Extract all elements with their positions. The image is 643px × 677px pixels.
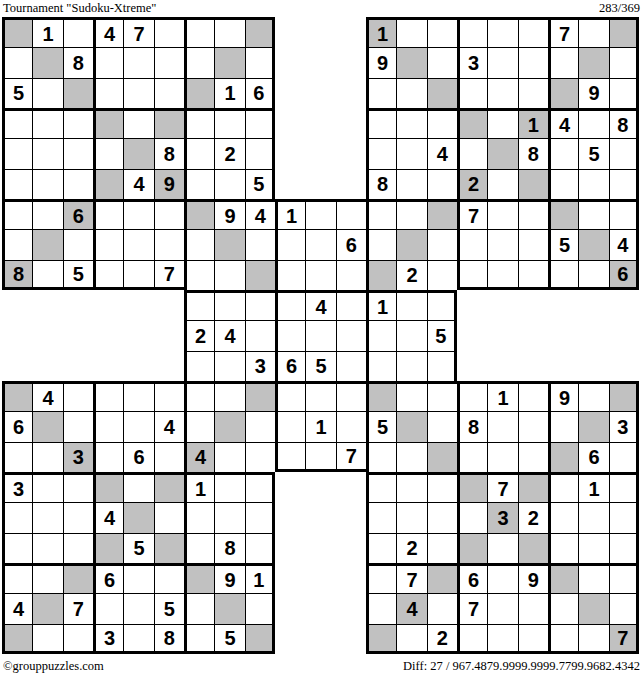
cell-r3c19[interactable] — [548, 78, 578, 108]
cell-r17c18[interactable]: 2 — [518, 502, 548, 532]
cell-r13c15[interactable] — [427, 381, 457, 411]
cell-r12c12[interactable] — [336, 351, 366, 381]
cell-r7c21[interactable] — [609, 199, 639, 229]
cell-r17c19[interactable] — [548, 502, 578, 532]
cell-r5c4[interactable] — [93, 138, 123, 168]
cell-r13c7[interactable] — [184, 381, 214, 411]
cell-r18c9[interactable] — [245, 533, 275, 563]
cell-r9c13[interactable] — [366, 260, 396, 290]
cell-r4c14[interactable] — [396, 108, 426, 138]
cell-r13c4[interactable] — [93, 381, 123, 411]
cell-r3c17[interactable] — [487, 78, 517, 108]
cell-r3c8[interactable]: 1 — [214, 78, 244, 108]
cell-r16c17[interactable]: 7 — [487, 472, 517, 502]
cell-r21c2[interactable] — [32, 624, 62, 654]
cell-r18c6[interactable] — [154, 533, 184, 563]
cell-r9c9[interactable] — [245, 260, 275, 290]
cell-r13c5[interactable] — [123, 381, 153, 411]
cell-r10c10[interactable] — [275, 290, 305, 320]
cell-r19c21[interactable] — [609, 563, 639, 593]
cell-r8c11[interactable] — [305, 229, 335, 259]
cell-r7c12[interactable] — [336, 199, 366, 229]
cell-r5c20[interactable]: 5 — [578, 138, 608, 168]
cell-r7c14[interactable] — [396, 199, 426, 229]
cell-r5c14[interactable] — [396, 138, 426, 168]
cell-r14c4[interactable] — [93, 411, 123, 441]
cell-r5c1[interactable] — [2, 138, 32, 168]
cell-r18c3[interactable] — [63, 533, 93, 563]
cell-r20c8[interactable] — [214, 593, 244, 623]
cell-r7c10[interactable]: 1 — [275, 199, 305, 229]
cell-r15c15[interactable] — [427, 442, 457, 472]
cell-r17c16[interactable] — [457, 502, 487, 532]
cell-r18c21[interactable] — [609, 533, 639, 563]
cell-r1c9[interactable] — [245, 17, 275, 47]
cell-r3c9[interactable]: 6 — [245, 78, 275, 108]
cell-r4c13[interactable] — [366, 108, 396, 138]
cell-r18c17[interactable] — [487, 533, 517, 563]
cell-r20c16[interactable]: 7 — [457, 593, 487, 623]
cell-r6c2[interactable] — [32, 169, 62, 199]
cell-r5c13[interactable] — [366, 138, 396, 168]
cell-r1c5[interactable]: 7 — [123, 17, 153, 47]
cell-r21c17[interactable] — [487, 624, 517, 654]
cell-r9c6[interactable]: 7 — [154, 260, 184, 290]
cell-r16c16[interactable] — [457, 472, 487, 502]
cell-r13c19[interactable]: 9 — [548, 381, 578, 411]
cell-r11c10[interactable] — [275, 320, 305, 350]
cell-r17c3[interactable] — [63, 502, 93, 532]
cell-r18c8[interactable]: 8 — [214, 533, 244, 563]
cell-r8c5[interactable] — [123, 229, 153, 259]
cell-r15c8[interactable] — [214, 442, 244, 472]
cell-r21c1[interactable] — [2, 624, 32, 654]
cell-r2c4[interactable] — [93, 47, 123, 77]
cell-r16c19[interactable] — [548, 472, 578, 502]
cell-r18c1[interactable] — [2, 533, 32, 563]
cell-r5c18[interactable]: 8 — [518, 138, 548, 168]
cell-r8c14[interactable] — [396, 229, 426, 259]
cell-r17c9[interactable] — [245, 502, 275, 532]
cell-r6c16[interactable]: 2 — [457, 169, 487, 199]
cell-r18c18[interactable] — [518, 533, 548, 563]
cell-r9c21[interactable]: 6 — [609, 260, 639, 290]
cell-r1c20[interactable] — [578, 17, 608, 47]
cell-r15c16[interactable] — [457, 442, 487, 472]
cell-r8c21[interactable]: 4 — [609, 229, 639, 259]
cell-r2c8[interactable] — [214, 47, 244, 77]
cell-r6c14[interactable] — [396, 169, 426, 199]
cell-r5c8[interactable]: 2 — [214, 138, 244, 168]
cell-r4c19[interactable]: 4 — [548, 108, 578, 138]
cell-r8c13[interactable] — [366, 229, 396, 259]
cell-r18c5[interactable]: 5 — [123, 533, 153, 563]
cell-r12c9[interactable]: 3 — [245, 351, 275, 381]
cell-r9c7[interactable] — [184, 260, 214, 290]
cell-r15c3[interactable]: 3 — [63, 442, 93, 472]
cell-r10c12[interactable] — [336, 290, 366, 320]
cell-r8c12[interactable]: 6 — [336, 229, 366, 259]
cell-r21c14[interactable] — [396, 624, 426, 654]
cell-r7c18[interactable] — [518, 199, 548, 229]
cell-r16c9[interactable] — [245, 472, 275, 502]
cell-r20c3[interactable]: 7 — [63, 593, 93, 623]
cell-r4c2[interactable] — [32, 108, 62, 138]
cell-r9c8[interactable] — [214, 260, 244, 290]
cell-r10c14[interactable] — [396, 290, 426, 320]
cell-r20c7[interactable] — [184, 593, 214, 623]
cell-r21c21[interactable]: 7 — [609, 624, 639, 654]
cell-r2c2[interactable] — [32, 47, 62, 77]
cell-r4c9[interactable] — [245, 108, 275, 138]
cell-r13c1[interactable] — [2, 381, 32, 411]
cell-r21c16[interactable] — [457, 624, 487, 654]
cell-r17c21[interactable] — [609, 502, 639, 532]
cell-r10c15[interactable] — [427, 290, 457, 320]
cell-r8c10[interactable] — [275, 229, 305, 259]
cell-r14c11[interactable]: 1 — [305, 411, 335, 441]
cell-r18c14[interactable]: 2 — [396, 533, 426, 563]
cell-r10c13[interactable]: 1 — [366, 290, 396, 320]
cell-r6c6[interactable]: 9 — [154, 169, 184, 199]
cell-r1c17[interactable] — [487, 17, 517, 47]
cell-r1c19[interactable]: 7 — [548, 17, 578, 47]
cell-r8c2[interactable] — [32, 229, 62, 259]
cell-r16c4[interactable] — [93, 472, 123, 502]
cell-r14c20[interactable] — [578, 411, 608, 441]
cell-r17c13[interactable] — [366, 502, 396, 532]
cell-r5c17[interactable] — [487, 138, 517, 168]
cell-r15c10[interactable] — [275, 442, 305, 472]
cell-r7c5[interactable] — [123, 199, 153, 229]
cell-r1c16[interactable] — [457, 17, 487, 47]
cell-r2c13[interactable]: 9 — [366, 47, 396, 77]
cell-r14c3[interactable] — [63, 411, 93, 441]
cell-r17c4[interactable]: 4 — [93, 502, 123, 532]
cell-r13c12[interactable] — [336, 381, 366, 411]
cell-r5c16[interactable] — [457, 138, 487, 168]
cell-r8c18[interactable] — [518, 229, 548, 259]
cell-r14c10[interactable] — [275, 411, 305, 441]
cell-r21c18[interactable] — [518, 624, 548, 654]
cell-r7c3[interactable]: 6 — [63, 199, 93, 229]
cell-r3c18[interactable] — [518, 78, 548, 108]
cell-r8c3[interactable] — [63, 229, 93, 259]
cell-r16c8[interactable] — [214, 472, 244, 502]
cell-r8c17[interactable] — [487, 229, 517, 259]
cell-r7c6[interactable] — [154, 199, 184, 229]
cell-r17c8[interactable] — [214, 502, 244, 532]
cell-r19c6[interactable] — [154, 563, 184, 593]
cell-r14c18[interactable] — [518, 411, 548, 441]
cell-r1c13[interactable]: 1 — [366, 17, 396, 47]
cell-r12c7[interactable] — [184, 351, 214, 381]
cell-r9c14[interactable]: 2 — [396, 260, 426, 290]
cell-r18c13[interactable] — [366, 533, 396, 563]
cell-r16c3[interactable] — [63, 472, 93, 502]
cell-r3c4[interactable] — [93, 78, 123, 108]
cell-r9c4[interactable] — [93, 260, 123, 290]
cell-r6c18[interactable] — [518, 169, 548, 199]
cell-r6c9[interactable]: 5 — [245, 169, 275, 199]
cell-r20c6[interactable]: 5 — [154, 593, 184, 623]
cell-r16c2[interactable] — [32, 472, 62, 502]
cell-r14c16[interactable]: 8 — [457, 411, 487, 441]
cell-r7c15[interactable] — [427, 199, 457, 229]
cell-r21c15[interactable]: 2 — [427, 624, 457, 654]
cell-r5c7[interactable] — [184, 138, 214, 168]
cell-r1c6[interactable] — [154, 17, 184, 47]
cell-r20c4[interactable] — [93, 593, 123, 623]
cell-r15c2[interactable] — [32, 442, 62, 472]
cell-r14c13[interactable]: 5 — [366, 411, 396, 441]
cell-r21c9[interactable] — [245, 624, 275, 654]
cell-r4c4[interactable] — [93, 108, 123, 138]
cell-r15c21[interactable] — [609, 442, 639, 472]
cell-r12c11[interactable]: 5 — [305, 351, 335, 381]
cell-r1c8[interactable] — [214, 17, 244, 47]
cell-r14c5[interactable] — [123, 411, 153, 441]
cell-r19c13[interactable] — [366, 563, 396, 593]
cell-r3c2[interactable] — [32, 78, 62, 108]
cell-r1c18[interactable] — [518, 17, 548, 47]
cell-r7c7[interactable] — [184, 199, 214, 229]
cell-r2c1[interactable] — [2, 47, 32, 77]
cell-r6c17[interactable] — [487, 169, 517, 199]
cell-r1c14[interactable] — [396, 17, 426, 47]
cell-r1c7[interactable] — [184, 17, 214, 47]
cell-r6c4[interactable] — [93, 169, 123, 199]
cell-r16c1[interactable]: 3 — [2, 472, 32, 502]
cell-r4c6[interactable] — [154, 108, 184, 138]
cell-r15c9[interactable] — [245, 442, 275, 472]
cell-r7c8[interactable]: 9 — [214, 199, 244, 229]
cell-r2c19[interactable] — [548, 47, 578, 77]
cell-r16c13[interactable] — [366, 472, 396, 502]
cell-r13c6[interactable] — [154, 381, 184, 411]
cell-r10c9[interactable] — [245, 290, 275, 320]
cell-r8c16[interactable] — [457, 229, 487, 259]
cell-r7c17[interactable] — [487, 199, 517, 229]
cell-r18c2[interactable] — [32, 533, 62, 563]
cell-r6c7[interactable] — [184, 169, 214, 199]
cell-r2c17[interactable] — [487, 47, 517, 77]
cell-r17c5[interactable] — [123, 502, 153, 532]
cell-r17c7[interactable] — [184, 502, 214, 532]
cell-r6c13[interactable]: 8 — [366, 169, 396, 199]
cell-r17c20[interactable] — [578, 502, 608, 532]
cell-r14c1[interactable]: 6 — [2, 411, 32, 441]
cell-r2c18[interactable] — [518, 47, 548, 77]
cell-r8c1[interactable] — [2, 229, 32, 259]
cell-r14c19[interactable] — [548, 411, 578, 441]
cell-r13c10[interactable] — [275, 381, 305, 411]
cell-r14c14[interactable] — [396, 411, 426, 441]
cell-r19c20[interactable] — [578, 563, 608, 593]
cell-r4c20[interactable] — [578, 108, 608, 138]
cell-r3c14[interactable] — [396, 78, 426, 108]
cell-r6c19[interactable] — [548, 169, 578, 199]
cell-r3c15[interactable] — [427, 78, 457, 108]
cell-r14c7[interactable] — [184, 411, 214, 441]
cell-r8c15[interactable] — [427, 229, 457, 259]
cell-r16c20[interactable]: 1 — [578, 472, 608, 502]
cell-r9c5[interactable] — [123, 260, 153, 290]
cell-r17c17[interactable]: 3 — [487, 502, 517, 532]
cell-r13c18[interactable] — [518, 381, 548, 411]
cell-r19c19[interactable] — [548, 563, 578, 593]
cell-r20c1[interactable]: 4 — [2, 593, 32, 623]
cell-r13c16[interactable] — [457, 381, 487, 411]
cell-r11c13[interactable] — [366, 320, 396, 350]
cell-r21c6[interactable]: 8 — [154, 624, 184, 654]
cell-r17c14[interactable] — [396, 502, 426, 532]
cell-r21c20[interactable] — [578, 624, 608, 654]
cell-r6c15[interactable] — [427, 169, 457, 199]
cell-r9c17[interactable] — [487, 260, 517, 290]
cell-r3c20[interactable]: 9 — [578, 78, 608, 108]
cell-r17c15[interactable] — [427, 502, 457, 532]
cell-r4c1[interactable] — [2, 108, 32, 138]
cell-r16c14[interactable] — [396, 472, 426, 502]
cell-r13c21[interactable] — [609, 381, 639, 411]
cell-r5c19[interactable] — [548, 138, 578, 168]
cell-r1c2[interactable]: 1 — [32, 17, 62, 47]
cell-r15c17[interactable] — [487, 442, 517, 472]
cell-r9c12[interactable] — [336, 260, 366, 290]
cell-r4c3[interactable] — [63, 108, 93, 138]
cell-r4c8[interactable] — [214, 108, 244, 138]
cell-r3c6[interactable] — [154, 78, 184, 108]
cell-r19c5[interactable] — [123, 563, 153, 593]
cell-r11c9[interactable] — [245, 320, 275, 350]
cell-r13c14[interactable] — [396, 381, 426, 411]
cell-r13c11[interactable] — [305, 381, 335, 411]
cell-r9c15[interactable] — [427, 260, 457, 290]
cell-r14c12[interactable] — [336, 411, 366, 441]
cell-r2c3[interactable]: 8 — [63, 47, 93, 77]
cell-r15c7[interactable]: 4 — [184, 442, 214, 472]
cell-r20c21[interactable] — [609, 593, 639, 623]
cell-r4c5[interactable] — [123, 108, 153, 138]
cell-r14c21[interactable]: 3 — [609, 411, 639, 441]
cell-r5c6[interactable]: 8 — [154, 138, 184, 168]
cell-r9c19[interactable] — [548, 260, 578, 290]
cell-r2c21[interactable] — [609, 47, 639, 77]
cell-r5c21[interactable] — [609, 138, 639, 168]
cell-r21c13[interactable] — [366, 624, 396, 654]
cell-r11c8[interactable]: 4 — [214, 320, 244, 350]
cell-r19c17[interactable] — [487, 563, 517, 593]
cell-r15c4[interactable] — [93, 442, 123, 472]
cell-r19c14[interactable]: 7 — [396, 563, 426, 593]
cell-r6c5[interactable]: 4 — [123, 169, 153, 199]
cell-r9c2[interactable] — [32, 260, 62, 290]
cell-r20c15[interactable] — [427, 593, 457, 623]
cell-r8c4[interactable] — [93, 229, 123, 259]
cell-r2c9[interactable] — [245, 47, 275, 77]
cell-r7c20[interactable] — [578, 199, 608, 229]
cell-r8c8[interactable] — [214, 229, 244, 259]
cell-r1c15[interactable] — [427, 17, 457, 47]
cell-r5c3[interactable] — [63, 138, 93, 168]
cell-r11c14[interactable] — [396, 320, 426, 350]
cell-r5c15[interactable]: 4 — [427, 138, 457, 168]
cell-r1c1[interactable] — [2, 17, 32, 47]
cell-r3c13[interactable] — [366, 78, 396, 108]
cell-r19c15[interactable] — [427, 563, 457, 593]
cell-r16c5[interactable] — [123, 472, 153, 502]
cell-r2c20[interactable] — [578, 47, 608, 77]
cell-r3c7[interactable] — [184, 78, 214, 108]
cell-r2c7[interactable] — [184, 47, 214, 77]
cell-r15c18[interactable] — [518, 442, 548, 472]
cell-r5c5[interactable] — [123, 138, 153, 168]
cell-r2c6[interactable] — [154, 47, 184, 77]
cell-r19c7[interactable] — [184, 563, 214, 593]
cell-r17c2[interactable] — [32, 502, 62, 532]
cell-r12c14[interactable] — [396, 351, 426, 381]
cell-r9c3[interactable]: 5 — [63, 260, 93, 290]
cell-r20c19[interactable] — [548, 593, 578, 623]
cell-r19c18[interactable]: 9 — [518, 563, 548, 593]
cell-r12c10[interactable]: 6 — [275, 351, 305, 381]
cell-r20c17[interactable] — [487, 593, 517, 623]
cell-r6c1[interactable] — [2, 169, 32, 199]
cell-r4c15[interactable] — [427, 108, 457, 138]
cell-r9c16[interactable] — [457, 260, 487, 290]
cell-r12c8[interactable] — [214, 351, 244, 381]
cell-r15c12[interactable]: 7 — [336, 442, 366, 472]
cell-r2c16[interactable]: 3 — [457, 47, 487, 77]
cell-r15c5[interactable]: 6 — [123, 442, 153, 472]
cell-r7c1[interactable] — [2, 199, 32, 229]
cell-r14c15[interactable] — [427, 411, 457, 441]
cell-r16c21[interactable] — [609, 472, 639, 502]
cell-r18c19[interactable] — [548, 533, 578, 563]
cell-r3c5[interactable] — [123, 78, 153, 108]
cell-r8c6[interactable] — [154, 229, 184, 259]
cell-r13c13[interactable] — [366, 381, 396, 411]
cell-r21c3[interactable] — [63, 624, 93, 654]
cell-r14c9[interactable] — [245, 411, 275, 441]
cell-r20c9[interactable] — [245, 593, 275, 623]
cell-r4c16[interactable] — [457, 108, 487, 138]
cell-r1c4[interactable]: 4 — [93, 17, 123, 47]
cell-r14c2[interactable] — [32, 411, 62, 441]
cell-r9c11[interactable] — [305, 260, 335, 290]
cell-r18c16[interactable] — [457, 533, 487, 563]
cell-r8c20[interactable] — [578, 229, 608, 259]
cell-r5c9[interactable] — [245, 138, 275, 168]
cell-r6c21[interactable] — [609, 169, 639, 199]
cell-r16c6[interactable] — [154, 472, 184, 502]
cell-r15c14[interactable] — [396, 442, 426, 472]
cell-r4c7[interactable] — [184, 108, 214, 138]
cell-r8c7[interactable] — [184, 229, 214, 259]
cell-r9c20[interactable] — [578, 260, 608, 290]
cell-r7c2[interactable] — [32, 199, 62, 229]
cell-r16c18[interactable] — [518, 472, 548, 502]
cell-r3c3[interactable] — [63, 78, 93, 108]
cell-r2c5[interactable] — [123, 47, 153, 77]
cell-r12c13[interactable] — [366, 351, 396, 381]
cell-r3c21[interactable] — [609, 78, 639, 108]
cell-r14c17[interactable] — [487, 411, 517, 441]
cell-r13c20[interactable] — [578, 381, 608, 411]
cell-r19c2[interactable] — [32, 563, 62, 593]
cell-r2c15[interactable] — [427, 47, 457, 77]
